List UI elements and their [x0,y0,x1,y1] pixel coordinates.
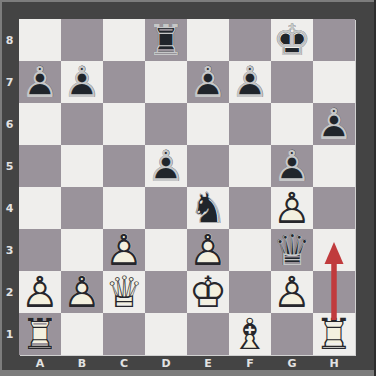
square-b1[interactable] [61,313,103,355]
square-f8[interactable] [229,19,271,61]
piece-black-pawn-b7[interactable]: ♟♙ [61,61,103,103]
piece-black-pawn-a7[interactable]: ♟♙ [19,61,61,103]
piece-white-pawn-g4[interactable]: ♟♙ [271,187,313,229]
piece-fill-glyph: ♟ [271,187,313,229]
piece-outline-glyph: ♙ [61,61,103,103]
square-e1[interactable] [187,313,229,355]
piece-fill-glyph: ♛ [103,271,145,313]
piece-fill-glyph: ♟ [61,271,103,313]
piece-outline-glyph: ♙ [103,229,145,271]
piece-white-king-e2[interactable]: ♚♔ [187,271,229,313]
square-d7[interactable] [145,61,187,103]
piece-fill-glyph: ♟ [187,61,229,103]
square-b4[interactable] [61,187,103,229]
chess-board: ♜♖♚♔♟♙♟♙♟♙♟♙♟♙♟♙♟♙♞♘♟♙♟♙♟♙♛♕♟♙♟♙♛♕♚♔♟♙♜♖… [19,19,355,355]
square-b5[interactable] [61,145,103,187]
piece-outline-glyph: ♙ [19,271,61,313]
square-g4[interactable]: ♟♙ [271,187,313,229]
square-h2[interactable] [313,271,355,313]
square-a5[interactable] [19,145,61,187]
square-e7[interactable]: ♟♙ [187,61,229,103]
square-f4[interactable] [229,187,271,229]
square-c6[interactable] [103,103,145,145]
square-f2[interactable] [229,271,271,313]
square-d2[interactable] [145,271,187,313]
square-e6[interactable] [187,103,229,145]
square-d1[interactable] [145,313,187,355]
square-d4[interactable] [145,187,187,229]
piece-outline-glyph: ♙ [187,61,229,103]
file-label-b: B [61,355,103,376]
piece-black-king-g8[interactable]: ♚♔ [271,19,313,61]
piece-fill-glyph: ♚ [271,19,313,61]
square-h3[interactable] [313,229,355,271]
square-c7[interactable] [103,61,145,103]
piece-outline-glyph: ♙ [19,61,61,103]
piece-black-pawn-g5[interactable]: ♟♙ [271,145,313,187]
rank-labels: 87654321 [0,19,19,355]
piece-black-knight-e4[interactable]: ♞♘ [187,187,229,229]
piece-fill-glyph: ♟ [271,271,313,313]
piece-white-rook-h1[interactable]: ♜♖ [313,313,355,355]
piece-outline-glyph: ♘ [187,187,229,229]
piece-black-pawn-f7[interactable]: ♟♙ [229,61,271,103]
piece-outline-glyph: ♕ [103,271,145,313]
square-d8[interactable]: ♜♖ [145,19,187,61]
square-a6[interactable] [19,103,61,145]
piece-fill-glyph: ♝ [229,313,271,355]
piece-white-pawn-e3[interactable]: ♟♙ [187,229,229,271]
square-c2[interactable]: ♛♕ [103,271,145,313]
piece-outline-glyph: ♙ [61,271,103,313]
square-c3[interactable]: ♟♙ [103,229,145,271]
piece-fill-glyph: ♟ [19,271,61,313]
square-b2[interactable]: ♟♙ [61,271,103,313]
file-label-e: E [187,355,229,376]
rank-label-4: 4 [0,187,19,229]
square-e4[interactable]: ♞♘ [187,187,229,229]
square-g5[interactable]: ♟♙ [271,145,313,187]
square-b7[interactable]: ♟♙ [61,61,103,103]
square-g1[interactable] [271,313,313,355]
square-d3[interactable] [145,229,187,271]
piece-white-pawn-b2[interactable]: ♟♙ [61,271,103,313]
piece-outline-glyph: ♖ [313,313,355,355]
square-g6[interactable] [271,103,313,145]
rank-label-6: 6 [0,103,19,145]
piece-black-pawn-h6[interactable]: ♟♙ [313,103,355,145]
piece-fill-glyph: ♛ [271,229,313,271]
square-e2[interactable]: ♚♔ [187,271,229,313]
frame-edge-top [0,0,376,2]
square-f1[interactable]: ♝♗ [229,313,271,355]
piece-fill-glyph: ♟ [229,61,271,103]
piece-fill-glyph: ♚ [187,271,229,313]
square-a3[interactable] [19,229,61,271]
square-c1[interactable] [103,313,145,355]
piece-fill-glyph: ♟ [19,61,61,103]
piece-white-pawn-c3[interactable]: ♟♙ [103,229,145,271]
piece-fill-glyph: ♟ [187,229,229,271]
file-label-d: D [145,355,187,376]
square-f3[interactable] [229,229,271,271]
piece-outline-glyph: ♔ [271,19,313,61]
piece-black-rook-d8[interactable]: ♜♖ [145,19,187,61]
file-label-f: F [229,355,271,376]
square-e8[interactable] [187,19,229,61]
chess-board-frame: 87654321 ♜♖♚♔♟♙♟♙♟♙♟♙♟♙♟♙♟♙♞♘♟♙♟♙♟♙♛♕♟♙♟… [0,0,376,376]
square-c4[interactable] [103,187,145,229]
square-b3[interactable] [61,229,103,271]
rank-label-8: 8 [0,19,19,61]
square-a7[interactable]: ♟♙ [19,61,61,103]
square-a1[interactable]: ♜♖ [19,313,61,355]
piece-outline-glyph: ♙ [187,229,229,271]
piece-fill-glyph: ♟ [313,103,355,145]
square-f6[interactable] [229,103,271,145]
square-d6[interactable] [145,103,187,145]
square-g7[interactable] [271,61,313,103]
square-a2[interactable]: ♟♙ [19,271,61,313]
file-label-g: G [271,355,313,376]
square-e3[interactable]: ♟♙ [187,229,229,271]
square-f5[interactable] [229,145,271,187]
rank-label-2: 2 [0,271,19,313]
piece-outline-glyph: ♙ [271,145,313,187]
piece-black-queen-g3[interactable]: ♛♕ [271,229,313,271]
square-f7[interactable]: ♟♙ [229,61,271,103]
square-g2[interactable]: ♟♙ [271,271,313,313]
rank-label-3: 3 [0,229,19,271]
piece-fill-glyph: ♞ [187,187,229,229]
piece-outline-glyph: ♕ [271,229,313,271]
piece-black-pawn-e7[interactable]: ♟♙ [187,61,229,103]
square-c5[interactable] [103,145,145,187]
piece-white-queen-c2[interactable]: ♛♕ [103,271,145,313]
piece-white-pawn-g2[interactable]: ♟♙ [271,271,313,313]
piece-outline-glyph: ♙ [313,103,355,145]
square-h4[interactable] [313,187,355,229]
square-h8[interactable] [313,19,355,61]
piece-fill-glyph: ♟ [61,61,103,103]
piece-black-pawn-d5[interactable]: ♟♙ [145,145,187,187]
rank-label-7: 7 [0,61,19,103]
square-e5[interactable] [187,145,229,187]
piece-fill-glyph: ♜ [313,313,355,355]
square-h1[interactable]: ♜♖ [313,313,355,355]
piece-white-pawn-a2[interactable]: ♟♙ [19,271,61,313]
piece-outline-glyph: ♙ [229,61,271,103]
piece-white-bishop-f1[interactable]: ♝♗ [229,313,271,355]
file-label-h: H [313,355,355,376]
file-labels: ABCDEFGH [19,355,355,376]
square-c8[interactable] [103,19,145,61]
square-a8[interactable] [19,19,61,61]
rank-label-5: 5 [0,145,19,187]
square-b6[interactable] [61,103,103,145]
piece-outline-glyph: ♙ [271,187,313,229]
square-b8[interactable] [61,19,103,61]
square-h5[interactable] [313,145,355,187]
piece-outline-glyph: ♗ [229,313,271,355]
piece-outline-glyph: ♙ [145,145,187,187]
piece-fill-glyph: ♜ [145,19,187,61]
square-h6[interactable]: ♟♙ [313,103,355,145]
square-g3[interactable]: ♛♕ [271,229,313,271]
square-a4[interactable] [19,187,61,229]
piece-fill-glyph: ♜ [19,313,61,355]
square-d5[interactable]: ♟♙ [145,145,187,187]
file-label-a: A [19,355,61,376]
piece-fill-glyph: ♟ [271,145,313,187]
piece-fill-glyph: ♟ [145,145,187,187]
piece-outline-glyph: ♖ [19,313,61,355]
piece-outline-glyph: ♖ [145,19,187,61]
piece-outline-glyph: ♔ [187,271,229,313]
piece-outline-glyph: ♙ [271,271,313,313]
piece-fill-glyph: ♟ [103,229,145,271]
square-h7[interactable] [313,61,355,103]
file-label-c: C [103,355,145,376]
square-g8[interactable]: ♚♔ [271,19,313,61]
piece-white-rook-a1[interactable]: ♜♖ [19,313,61,355]
rank-label-1: 1 [0,313,19,355]
